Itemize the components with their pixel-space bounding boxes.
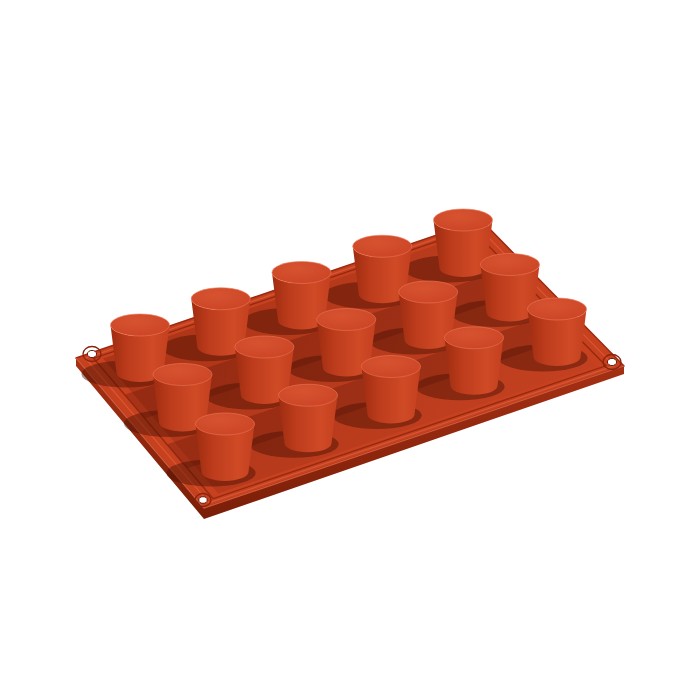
cone-top-face xyxy=(191,288,250,310)
cone-top-face xyxy=(434,209,493,231)
cone-top-face xyxy=(111,314,170,336)
silicone-mold-illustration xyxy=(0,0,700,700)
cone-top-face xyxy=(279,384,338,406)
cone-top-face xyxy=(528,298,587,320)
cone-top-face xyxy=(445,327,504,349)
hole-opening xyxy=(199,497,207,504)
cone-top-face xyxy=(235,336,294,358)
cone-top-face xyxy=(196,413,255,435)
cavity-cone-r3c2 xyxy=(279,384,338,452)
cavity-cone-r3c4 xyxy=(445,327,504,395)
hole-opening xyxy=(87,350,96,357)
hole-opening xyxy=(607,358,616,365)
cone-top-face xyxy=(272,262,331,284)
cavity-cone-r3c1 xyxy=(196,413,255,481)
cavity-cone-r3c5 xyxy=(528,298,587,366)
cone-top-face xyxy=(153,364,212,386)
product-photo xyxy=(0,0,700,700)
cone-top-face xyxy=(317,309,376,331)
cone-top-face xyxy=(399,281,458,303)
cone-top-face xyxy=(362,356,421,378)
cone-top-face xyxy=(353,235,412,257)
cavity-cone-r3c3 xyxy=(362,356,421,424)
cone-top-face xyxy=(481,254,540,276)
